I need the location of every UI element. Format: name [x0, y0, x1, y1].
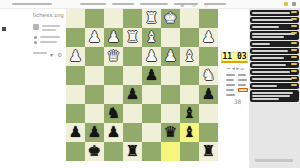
- square-f2[interactable]: ♟: [104, 28, 123, 47]
- move[interactable]: [238, 74, 246, 76]
- chat-timestamp: [291, 25, 297, 27]
- square-g1[interactable]: [85, 9, 104, 28]
- square-e4[interactable]: [123, 66, 142, 85]
- square-h7[interactable]: ♟: [66, 123, 85, 142]
- square-a1[interactable]: [199, 9, 218, 28]
- black-knight-f6: ♞: [104, 104, 123, 123]
- chat-text-line: [252, 50, 288, 52]
- chat-text-line: [252, 85, 277, 87]
- square-b8[interactable]: [180, 142, 199, 161]
- chat-message: [250, 90, 299, 102]
- square-a5[interactable]: ♟: [199, 85, 218, 104]
- black-queen-c7: ♛: [161, 123, 180, 142]
- square-a8[interactable]: ♜: [199, 142, 218, 161]
- square-h8[interactable]: [66, 142, 85, 161]
- clock-white: 11 03: [221, 52, 248, 63]
- square-f1[interactable]: [104, 9, 123, 28]
- square-g6[interactable]: [85, 104, 104, 123]
- board-tool-icon[interactable]: ⟳: [192, 2, 196, 8]
- white-pawn-h3: ♟: [66, 47, 85, 66]
- chat-timestamp: [291, 32, 297, 34]
- player-white-name: [40, 36, 60, 38]
- nav-item[interactable]: [140, 3, 168, 5]
- square-d3[interactable]: ♟: [142, 47, 161, 66]
- chat-text-line: [252, 36, 284, 38]
- chat-text-line: [252, 98, 279, 100]
- square-b6[interactable]: ♝: [180, 104, 199, 123]
- square-g5[interactable]: [85, 85, 104, 104]
- move[interactable]: [238, 84, 246, 86]
- square-d7[interactable]: [142, 123, 161, 142]
- square-f6[interactable]: ♞: [104, 104, 123, 123]
- square-d6[interactable]: [142, 104, 161, 123]
- chat-timestamp: [291, 42, 297, 44]
- white-pawn-f2: ♟: [104, 28, 123, 47]
- board-tool-icon[interactable]: ⊕: [180, 2, 184, 8]
- square-b3[interactable]: ♝: [180, 47, 199, 66]
- black-pawn-g7: ♟: [85, 123, 104, 142]
- white-rook-d1: ♜: [142, 9, 161, 28]
- square-c7[interactable]: ♛: [161, 123, 180, 142]
- square-g3[interactable]: [85, 47, 104, 66]
- square-c6[interactable]: [161, 104, 180, 123]
- chat-text-line: [252, 71, 290, 73]
- variant-label: [33, 52, 47, 54]
- white-pawn-g2: ♟: [85, 28, 104, 47]
- square-g2[interactable]: ♟: [85, 28, 104, 47]
- black-pawn-d4: ♟: [142, 66, 161, 85]
- square-f3[interactable]: ♛: [104, 47, 123, 66]
- square-b1[interactable]: [180, 9, 199, 28]
- game-info-line: [42, 25, 60, 27]
- chat-timestamp: [291, 56, 297, 58]
- square-a7[interactable]: [199, 123, 218, 142]
- chat-text-line: [252, 12, 290, 14]
- square-a3[interactable]: [199, 47, 218, 66]
- square-h1[interactable]: [66, 9, 85, 28]
- square-b2[interactable]: [180, 28, 199, 47]
- gear-icon[interactable]: ⚙: [57, 51, 62, 58]
- chevron-down-icon[interactable]: ▾: [50, 51, 53, 58]
- nav-item[interactable]: [80, 3, 106, 5]
- chat-text-line: [252, 64, 286, 66]
- white-knight-a4: ♞: [199, 66, 218, 85]
- clock-black: 38: [234, 98, 241, 105]
- chat-timestamp: [291, 84, 297, 86]
- chat-timestamp: [291, 18, 297, 20]
- white-king-c1: ♚: [161, 9, 180, 28]
- chat-message-list: [250, 10, 299, 103]
- square-h3[interactable]: ♟: [66, 47, 85, 66]
- browser-sidebar-icon[interactable]: [2, 27, 6, 31]
- chat-message: [250, 76, 299, 82]
- square-f7[interactable]: ♟: [104, 123, 123, 142]
- square-f5[interactable]: [104, 85, 123, 104]
- black-pawn-a5: ♟: [199, 85, 218, 104]
- white-pawn-c3: ♟: [161, 47, 180, 66]
- black-rook-a8: ♜: [199, 142, 218, 161]
- square-a4[interactable]: ♞: [199, 66, 218, 85]
- black-king-g8: ♚: [85, 142, 104, 161]
- chess-board[interactable]: ♜♚♟♟♜♝♟♟♛♟♟♝♟♞♟♟♞♝♟♟♟♛♝♚♜♜: [66, 9, 218, 161]
- square-f4[interactable]: [104, 66, 123, 85]
- browser-tab-title[interactable]: [12, 3, 52, 5]
- chat-message: [250, 55, 299, 61]
- square-d5[interactable]: [142, 85, 161, 104]
- square-e6[interactable]: [123, 104, 142, 123]
- square-c1[interactable]: ♚: [161, 9, 180, 28]
- white-rook-e2: ♜: [123, 28, 142, 47]
- square-c2[interactable]: [161, 28, 180, 47]
- square-b7[interactable]: ♝: [180, 123, 199, 142]
- black-rook-e8: ♜: [123, 142, 142, 161]
- black-bishop-b6: ♝: [180, 104, 199, 123]
- black-pawn-h7: ♟: [66, 123, 85, 142]
- chat-message: [250, 31, 299, 40]
- chat-timestamp: [291, 70, 297, 72]
- white-bishop-d2: ♝: [142, 28, 161, 47]
- chat-message: [250, 24, 299, 30]
- chat-message: [250, 41, 299, 47]
- menu-icon[interactable]: [292, 2, 296, 6]
- move-current[interactable]: [238, 88, 248, 92]
- square-g4[interactable]: [85, 66, 104, 85]
- game-info-icon: [33, 24, 39, 30]
- move[interactable]: [226, 89, 234, 91]
- extension-icon[interactable]: [284, 2, 288, 6]
- chat-text-line: [252, 92, 293, 94]
- chat-timestamp: [291, 77, 297, 79]
- square-d4[interactable]: ♟: [142, 66, 161, 85]
- square-c5[interactable]: [161, 85, 180, 104]
- black-pawn-e5: ♟: [123, 85, 142, 104]
- chat-message: [250, 83, 299, 89]
- square-e5[interactable]: ♟: [123, 85, 142, 104]
- square-f8[interactable]: [104, 142, 123, 161]
- square-a6[interactable]: [199, 104, 218, 123]
- square-h2[interactable]: [66, 28, 85, 47]
- square-c3[interactable]: ♟: [161, 47, 180, 66]
- white-queen-f3: ♛: [104, 47, 123, 66]
- chat-text-line: [252, 95, 290, 97]
- move[interactable]: [238, 79, 247, 81]
- chat-text-line: [252, 57, 284, 59]
- white-bishop-b3: ♝: [180, 47, 199, 66]
- game-info-line: [42, 29, 56, 31]
- square-d2[interactable]: ♝: [142, 28, 161, 47]
- square-h5[interactable]: [66, 85, 85, 104]
- chat-message: [250, 17, 299, 23]
- lichess-logo[interactable]: lichess.org: [33, 12, 64, 18]
- square-h6[interactable]: [66, 104, 85, 123]
- square-e8[interactable]: ♜: [123, 142, 142, 161]
- square-c8[interactable]: [161, 142, 180, 161]
- move[interactable]: [226, 94, 235, 96]
- chat-message: [250, 10, 299, 16]
- black-pawn-f7: ♟: [104, 123, 123, 142]
- player-black-dot: [34, 41, 37, 44]
- nav-item[interactable]: [112, 3, 134, 5]
- chat-message: [250, 48, 299, 54]
- square-e7[interactable]: [123, 123, 142, 142]
- move-list[interactable]: [226, 73, 250, 98]
- chat-input[interactable]: [255, 159, 293, 162]
- chat-text-line: [252, 26, 279, 28]
- chat-timestamp: [291, 63, 297, 65]
- square-a2[interactable]: ♟: [199, 28, 218, 47]
- square-e3[interactable]: [123, 47, 142, 66]
- chat-message: [250, 69, 299, 75]
- move[interactable]: [226, 84, 235, 86]
- chat-timestamp: [291, 11, 297, 13]
- player-black-name: [40, 41, 57, 43]
- white-pawn-a2: ♟: [199, 28, 218, 47]
- chat-text-line: [252, 33, 295, 35]
- black-bishop-b7: ♝: [180, 123, 199, 142]
- square-e1[interactable]: [123, 9, 142, 28]
- chat-message: [250, 62, 299, 68]
- chat-text-line: [252, 78, 292, 80]
- square-b4[interactable]: [180, 66, 199, 85]
- square-d1[interactable]: ♜: [142, 9, 161, 28]
- square-h4[interactable]: [66, 66, 85, 85]
- board-tool-icon[interactable]: ⚐: [204, 2, 208, 8]
- square-e2[interactable]: ♜: [123, 28, 142, 47]
- white-pawn-d3: ♟: [142, 47, 161, 66]
- move[interactable]: [226, 74, 235, 76]
- move-controls[interactable]: ⏮◀▶⏭: [222, 66, 250, 72]
- move[interactable]: [226, 79, 234, 81]
- chat-text-line: [252, 19, 293, 21]
- square-d8[interactable]: [142, 142, 161, 161]
- chat-text-line: [252, 43, 270, 45]
- square-b5[interactable]: [180, 85, 199, 104]
- chat-timestamp: [291, 49, 297, 51]
- square-g7[interactable]: ♟: [85, 123, 104, 142]
- chat-overlay-panel: [249, 8, 300, 168]
- player-white-dot: [34, 36, 37, 39]
- square-c4[interactable]: [161, 66, 180, 85]
- square-g8[interactable]: ♚: [85, 142, 104, 161]
